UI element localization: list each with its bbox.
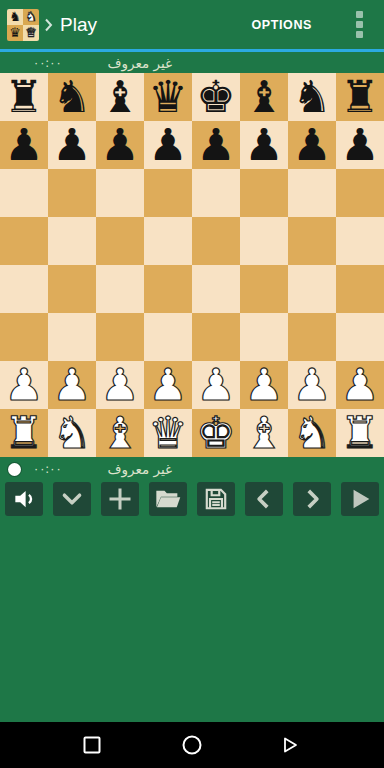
recents-button[interactable] — [84, 737, 101, 754]
black-queen: ♛ — [148, 73, 187, 121]
square-g8[interactable]: ♞ — [288, 73, 336, 121]
square-f7[interactable]: ♟ — [240, 121, 288, 169]
square-e1[interactable]: ♚ — [192, 409, 240, 457]
white-rook: ♜ — [4, 409, 43, 457]
square-b6[interactable] — [48, 169, 96, 217]
square-f5[interactable] — [240, 217, 288, 265]
black-pawn: ♟ — [196, 121, 235, 169]
white-bishop: ♝ — [244, 409, 283, 457]
square-a5[interactable] — [0, 217, 48, 265]
app-logo-icon: ♞ ♞ ♛ ♛ — [7, 9, 39, 41]
logo-black-queen: ♛ — [7, 25, 23, 41]
white-king: ♚ — [196, 409, 235, 457]
square-b2[interactable]: ♟ — [48, 361, 96, 409]
android-nav-bar — [0, 722, 384, 768]
black-pawn: ♟ — [148, 121, 187, 169]
square-g2[interactable]: ♟ — [288, 361, 336, 409]
square-g1[interactable]: ♞ — [288, 409, 336, 457]
overflow-menu-icon[interactable] — [356, 11, 363, 38]
square-d1[interactable]: ♛ — [144, 409, 192, 457]
square-b7[interactable]: ♟ — [48, 121, 96, 169]
white-knight: ♞ — [292, 409, 331, 457]
square-h6[interactable] — [336, 169, 384, 217]
square-h1[interactable]: ♜ — [336, 409, 384, 457]
player-name: غير معروف — [108, 461, 173, 477]
square-b1[interactable]: ♞ — [48, 409, 96, 457]
opponent-bar: ٠٠:٠٠ غير معروف — [0, 52, 384, 73]
white-pawn: ♟ — [196, 361, 235, 409]
square-h3[interactable] — [336, 313, 384, 361]
black-bishop: ♝ — [100, 73, 139, 121]
white-to-move-indicator — [8, 463, 21, 476]
white-knight: ♞ — [52, 409, 91, 457]
black-pawn: ♟ — [4, 121, 43, 169]
white-pawn: ♟ — [148, 361, 187, 409]
square-b4[interactable] — [48, 265, 96, 313]
square-e7[interactable]: ♟ — [192, 121, 240, 169]
opponent-clock: ٠٠:٠٠ — [33, 56, 62, 70]
black-pawn: ♟ — [100, 121, 139, 169]
logo-white-queen: ♛ — [23, 25, 39, 41]
next-move-button[interactable] — [293, 482, 331, 516]
square-a1[interactable]: ♜ — [0, 409, 48, 457]
square-d7[interactable]: ♟ — [144, 121, 192, 169]
square-f4[interactable] — [240, 265, 288, 313]
square-a7[interactable]: ♟ — [0, 121, 48, 169]
square-d3[interactable] — [144, 313, 192, 361]
square-a4[interactable] — [0, 265, 48, 313]
volume-button[interactable] — [5, 482, 43, 516]
square-d6[interactable] — [144, 169, 192, 217]
player-bar: ٠٠:٠٠ غير معروف — [0, 457, 384, 481]
white-pawn: ♟ — [244, 361, 283, 409]
square-e5[interactable] — [192, 217, 240, 265]
autoplay-button[interactable] — [341, 482, 379, 516]
square-a8[interactable]: ♜ — [0, 73, 48, 121]
square-c1[interactable]: ♝ — [96, 409, 144, 457]
black-pawn: ♟ — [244, 121, 283, 169]
square-d4[interactable] — [144, 265, 192, 313]
black-knight: ♞ — [52, 73, 91, 121]
logo-black-knight: ♞ — [7, 9, 23, 25]
page-title: Play — [60, 14, 97, 36]
square-a2[interactable]: ♟ — [0, 361, 48, 409]
save-button[interactable] — [197, 482, 235, 516]
square-g3[interactable] — [288, 313, 336, 361]
square-b5[interactable] — [48, 217, 96, 265]
app-bar: ♞ ♞ ♛ ♛ Play OPTIONS — [0, 0, 384, 49]
white-pawn: ♟ — [292, 361, 331, 409]
player-clock: ٠٠:٠٠ — [33, 462, 62, 476]
square-e3[interactable] — [192, 313, 240, 361]
play-icon — [346, 485, 374, 513]
square-f2[interactable]: ♟ — [240, 361, 288, 409]
white-pawn: ♟ — [4, 361, 43, 409]
background-filler — [0, 517, 384, 722]
white-pawn: ♟ — [52, 361, 91, 409]
black-pawn: ♟ — [292, 121, 331, 169]
square-c2[interactable]: ♟ — [96, 361, 144, 409]
new-game-button[interactable] — [101, 482, 139, 516]
black-rook: ♜ — [4, 73, 43, 121]
square-c4[interactable] — [96, 265, 144, 313]
square-c6[interactable] — [96, 169, 144, 217]
black-knight: ♞ — [292, 73, 331, 121]
open-button[interactable] — [149, 482, 187, 516]
square-a3[interactable] — [0, 313, 48, 361]
square-h8[interactable]: ♜ — [336, 73, 384, 121]
square-d5[interactable] — [144, 217, 192, 265]
square-a6[interactable] — [0, 169, 48, 217]
opponent-name: غير معروف — [108, 55, 173, 71]
square-e4[interactable] — [192, 265, 240, 313]
square-g7[interactable]: ♟ — [288, 121, 336, 169]
toolbar — [0, 481, 384, 517]
square-c3[interactable] — [96, 313, 144, 361]
square-g6[interactable] — [288, 169, 336, 217]
square-f6[interactable] — [240, 169, 288, 217]
square-f3[interactable] — [240, 313, 288, 361]
white-queen: ♛ — [148, 409, 187, 457]
chevron-left-icon — [251, 486, 277, 512]
square-h5[interactable] — [336, 217, 384, 265]
square-b8[interactable]: ♞ — [48, 73, 96, 121]
white-bishop: ♝ — [100, 409, 139, 457]
logo-white-knight: ♞ — [23, 9, 39, 25]
square-h7[interactable]: ♟ — [336, 121, 384, 169]
chess-board[interactable]: ♜♞♝♛♚♝♞♜♟♟♟♟♟♟♟♟♟♟♟♟♟♟♟♟♜♞♝♛♚♝♞♜ — [0, 73, 384, 457]
square-h2[interactable]: ♟ — [336, 361, 384, 409]
chevron-right-icon — [299, 486, 325, 512]
plus-icon — [106, 485, 134, 513]
chevron-down-icon — [59, 486, 85, 512]
previous-move-button[interactable] — [245, 482, 283, 516]
back-button[interactable] — [281, 736, 299, 754]
folder-open-icon — [154, 485, 182, 513]
square-f1[interactable]: ♝ — [240, 409, 288, 457]
collapse-button[interactable] — [53, 482, 91, 516]
black-pawn: ♟ — [52, 121, 91, 169]
square-c5[interactable] — [96, 217, 144, 265]
square-f8[interactable]: ♝ — [240, 73, 288, 121]
square-e2[interactable]: ♟ — [192, 361, 240, 409]
square-g4[interactable] — [288, 265, 336, 313]
square-e8[interactable]: ♚ — [192, 73, 240, 121]
breadcrumb-chevron-icon — [44, 18, 53, 32]
floppy-disk-icon — [203, 486, 229, 512]
square-d8[interactable]: ♛ — [144, 73, 192, 121]
home-button[interactable] — [183, 736, 202, 755]
white-pawn: ♟ — [340, 361, 379, 409]
square-d2[interactable]: ♟ — [144, 361, 192, 409]
speaker-icon — [11, 486, 37, 512]
square-b3[interactable] — [48, 313, 96, 361]
white-pawn: ♟ — [100, 361, 139, 409]
black-bishop: ♝ — [244, 73, 283, 121]
square-h4[interactable] — [336, 265, 384, 313]
square-e6[interactable] — [192, 169, 240, 217]
app-root: ♞ ♞ ♛ ♛ Play OPTIONS ٠٠:٠٠ غير معروف ♜♞♝… — [0, 0, 384, 768]
black-king: ♚ — [196, 73, 235, 121]
white-rook: ♜ — [340, 409, 379, 457]
square-c7[interactable]: ♟ — [96, 121, 144, 169]
square-c8[interactable]: ♝ — [96, 73, 144, 121]
black-rook: ♜ — [340, 73, 379, 121]
black-pawn: ♟ — [340, 121, 379, 169]
options-button[interactable]: OPTIONS — [252, 18, 312, 32]
square-g5[interactable] — [288, 217, 336, 265]
